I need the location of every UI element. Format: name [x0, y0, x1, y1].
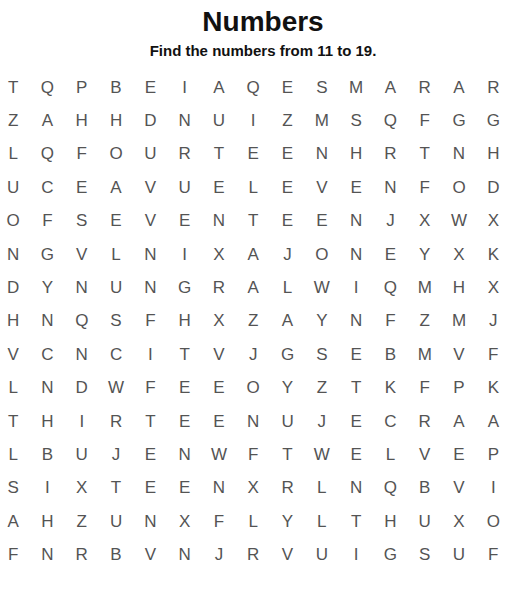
grid-cell[interactable]: U [65, 438, 99, 471]
grid-cell[interactable]: N [30, 305, 64, 338]
grid-cell[interactable]: Q [30, 138, 64, 171]
grid-cell[interactable]: D [476, 171, 510, 204]
grid-cell[interactable]: C [30, 338, 64, 371]
grid-cell[interactable]: S [305, 71, 339, 104]
grid-cell[interactable]: T [133, 405, 167, 438]
grid-cell[interactable]: E [305, 205, 339, 238]
grid-cell[interactable]: W [305, 271, 339, 304]
page-title: Numbers [0, 8, 526, 36]
grid-cell[interactable]: G [30, 238, 64, 271]
grid-cell[interactable]: E [202, 372, 236, 405]
grid-cell[interactable]: A [373, 71, 407, 104]
grid-cell[interactable]: D [133, 104, 167, 137]
grid-cell[interactable]: F [133, 305, 167, 338]
grid-cell[interactable]: J [99, 438, 133, 471]
grid-cell[interactable]: S [65, 205, 99, 238]
grid-cell[interactable]: H [167, 305, 201, 338]
grid-cell[interactable]: S [305, 338, 339, 371]
grid-cell[interactable]: X [202, 305, 236, 338]
grid-cell[interactable]: B [99, 71, 133, 104]
grid-cell[interactable]: J [305, 405, 339, 438]
grid-cell[interactable]: T [0, 405, 30, 438]
grid-cell[interactable]: N [167, 438, 201, 471]
grid-cell[interactable]: U [202, 104, 236, 137]
grid-cell[interactable]: H [339, 138, 373, 171]
grid-cell[interactable]: Z [408, 305, 442, 338]
grid-cell[interactable]: E [167, 205, 201, 238]
grid-cell[interactable]: U [99, 505, 133, 538]
grid-cell[interactable]: R [167, 138, 201, 171]
grid-cell[interactable]: N [339, 305, 373, 338]
grid-cell[interactable]: J [202, 538, 236, 571]
grid-cell[interactable]: M [408, 271, 442, 304]
grid-cell[interactable]: C [30, 171, 64, 204]
grid-cell[interactable]: N [30, 538, 64, 571]
grid-cell[interactable]: V [270, 538, 304, 571]
word-search-grid: TQPBEIAQESMARARZAHHDNUIZMSQFGGLQFOURTEEN… [0, 71, 510, 572]
grid-cell[interactable]: R [202, 271, 236, 304]
grid-cell[interactable]: E [339, 171, 373, 204]
grid-cell[interactable]: U [133, 138, 167, 171]
grid-cell[interactable]: F [476, 338, 510, 371]
grid-cell[interactable]: D [0, 271, 30, 304]
grid-cell[interactable]: M [442, 305, 476, 338]
grid-cell[interactable]: Y [270, 372, 304, 405]
grid-cell[interactable]: N [30, 372, 64, 405]
grid-cell[interactable]: E [133, 472, 167, 505]
grid-cell[interactable]: A [442, 405, 476, 438]
grid-cell[interactable]: O [305, 238, 339, 271]
grid-cell[interactable]: E [202, 171, 236, 204]
grid-cell[interactable]: W [305, 438, 339, 471]
grid-cell[interactable]: U [167, 171, 201, 204]
grid-cell[interactable]: O [442, 171, 476, 204]
grid-cell[interactable]: F [65, 138, 99, 171]
grid-cell[interactable]: I [167, 238, 201, 271]
grid-cell[interactable]: E [339, 338, 373, 371]
grid-cell[interactable]: R [99, 405, 133, 438]
grid-cell[interactable]: Y [408, 238, 442, 271]
grid-cell[interactable]: N [202, 205, 236, 238]
grid-cell[interactable]: T [99, 472, 133, 505]
grid-cell[interactable]: L [305, 505, 339, 538]
grid-cell[interactable]: L [305, 472, 339, 505]
grid-cell[interactable]: Z [236, 305, 270, 338]
grid-cell[interactable]: U [442, 538, 476, 571]
grid-cell[interactable]: G [476, 104, 510, 137]
grid-cell[interactable]: N [167, 104, 201, 137]
grid-cell[interactable]: N [202, 472, 236, 505]
grid-cell[interactable]: R [270, 472, 304, 505]
grid-cell[interactable]: V [442, 338, 476, 371]
grid-cell[interactable]: T [167, 338, 201, 371]
grid-cell[interactable]: F [30, 205, 64, 238]
grid-cell[interactable]: E [339, 438, 373, 471]
grid-cell[interactable]: E [167, 405, 201, 438]
grid-cell[interactable]: T [0, 71, 30, 104]
grid-cell[interactable]: N [339, 205, 373, 238]
grid-cell[interactable]: X [476, 205, 510, 238]
grid-cell[interactable]: H [373, 505, 407, 538]
grid-cell[interactable]: O [0, 205, 30, 238]
grid-cell[interactable]: H [476, 138, 510, 171]
grid-cell[interactable]: M [305, 104, 339, 137]
grid-cell[interactable]: N [442, 138, 476, 171]
grid-cell[interactable]: M [408, 338, 442, 371]
grid-cell[interactable]: N [373, 171, 407, 204]
grid-cell[interactable]: Y [270, 505, 304, 538]
grid-cell[interactable]: W [202, 438, 236, 471]
grid-cell[interactable]: L [0, 138, 30, 171]
grid-cell[interactable]: T [408, 138, 442, 171]
grid-cell[interactable]: I [339, 538, 373, 571]
grid-cell[interactable]: B [373, 338, 407, 371]
grid-cell[interactable]: I [167, 71, 201, 104]
grid-cell[interactable]: E [65, 171, 99, 204]
grid-cell[interactable]: V [442, 472, 476, 505]
grid-cell[interactable]: T [236, 205, 270, 238]
grid-cell[interactable]: E [270, 171, 304, 204]
grid-cell[interactable]: Q [373, 472, 407, 505]
grid-cell[interactable]: E [99, 205, 133, 238]
grid-cell[interactable]: N [133, 505, 167, 538]
grid-cell[interactable]: I [30, 472, 64, 505]
grid-cell[interactable]: X [442, 505, 476, 538]
grid-cell[interactable]: F [236, 438, 270, 471]
grid-cell[interactable]: N [305, 138, 339, 171]
grid-cell[interactable]: I [236, 104, 270, 137]
grid-cell[interactable]: B [99, 538, 133, 571]
grid-cell[interactable]: A [236, 238, 270, 271]
grid-cell[interactable]: E [167, 372, 201, 405]
grid-cell[interactable]: Z [270, 104, 304, 137]
grid-cell[interactable]: Z [0, 104, 30, 137]
grid-cell[interactable]: T [202, 138, 236, 171]
grid-cell[interactable]: M [339, 71, 373, 104]
grid-cell[interactable]: X [236, 472, 270, 505]
grid-cell[interactable]: O [236, 372, 270, 405]
grid-cell[interactable]: Q [373, 271, 407, 304]
grid-cell[interactable]: S [99, 305, 133, 338]
grid-cell[interactable]: A [0, 505, 30, 538]
grid-cell[interactable]: W [442, 205, 476, 238]
grid-cell[interactable]: N [133, 238, 167, 271]
grid-cell[interactable]: N [236, 405, 270, 438]
grid-cell[interactable]: G [167, 271, 201, 304]
grid-cell[interactable]: F [408, 104, 442, 137]
grid-cell[interactable]: Q [30, 71, 64, 104]
puzzle-instructions: Find the numbers from 11 to 19. [0, 43, 526, 58]
grid-cell[interactable]: F [202, 505, 236, 538]
grid-cell[interactable]: I [339, 271, 373, 304]
grid-cell[interactable]: E [133, 71, 167, 104]
grid-cell[interactable]: W [99, 372, 133, 405]
grid-cell[interactable]: I [476, 472, 510, 505]
grid-cell[interactable]: A [476, 405, 510, 438]
grid-cell[interactable]: E [270, 138, 304, 171]
grid-cell[interactable]: E [133, 438, 167, 471]
grid-cell[interactable]: L [0, 438, 30, 471]
grid-cell[interactable]: X [442, 238, 476, 271]
grid-cell[interactable]: N [133, 271, 167, 304]
grid-cell[interactable]: K [373, 372, 407, 405]
grid-cell[interactable]: H [0, 305, 30, 338]
puzzle-header: Numbers Find the numbers from 11 to 19. [0, 0, 526, 58]
grid-cell[interactable]: R [373, 138, 407, 171]
grid-cell[interactable]: S [339, 104, 373, 137]
grid-cell[interactable]: L [270, 271, 304, 304]
grid-cell[interactable]: O [99, 138, 133, 171]
grid-cell[interactable]: F [476, 538, 510, 571]
grid-cell[interactable]: L [99, 238, 133, 271]
grid-cell[interactable]: Z [65, 505, 99, 538]
grid-cell[interactable]: J [373, 205, 407, 238]
grid-cell[interactable]: X [476, 271, 510, 304]
grid-cell[interactable]: R [408, 405, 442, 438]
grid-cell[interactable]: E [167, 472, 201, 505]
grid-cell[interactable]: N [167, 538, 201, 571]
grid-cell[interactable]: H [30, 505, 64, 538]
grid-cell[interactable]: V [133, 171, 167, 204]
grid-cell[interactable]: C [99, 338, 133, 371]
grid-cell[interactable]: F [133, 372, 167, 405]
grid-cell[interactable]: J [236, 338, 270, 371]
grid-cell[interactable]: G [270, 338, 304, 371]
grid-cell[interactable]: A [99, 171, 133, 204]
grid-cell[interactable]: N [339, 238, 373, 271]
grid-cell[interactable]: J [476, 305, 510, 338]
grid-cell[interactable]: A [30, 104, 64, 137]
grid-cell[interactable]: P [476, 438, 510, 471]
grid-cell[interactable]: S [0, 472, 30, 505]
grid-cell[interactable]: R [408, 71, 442, 104]
grid-cell[interactable]: T [270, 438, 304, 471]
grid-cell[interactable]: G [442, 104, 476, 137]
grid-cell[interactable]: V [202, 338, 236, 371]
grid-cell[interactable]: V [133, 538, 167, 571]
grid-cell[interactable]: Q [373, 104, 407, 137]
grid-cell[interactable]: U [305, 538, 339, 571]
grid-cell[interactable]: J [270, 238, 304, 271]
grid-cell[interactable]: T [339, 372, 373, 405]
grid-cell[interactable]: I [65, 405, 99, 438]
grid-cell[interactable]: G [373, 538, 407, 571]
grid-cell[interactable]: N [65, 271, 99, 304]
grid-cell[interactable]: D [65, 372, 99, 405]
grid-cell[interactable]: T [339, 505, 373, 538]
grid-cell[interactable]: L [236, 171, 270, 204]
grid-cell[interactable]: O [476, 505, 510, 538]
grid-cell[interactable]: U [99, 271, 133, 304]
grid-cell[interactable]: P [65, 71, 99, 104]
grid-cell[interactable]: R [476, 71, 510, 104]
grid-cell[interactable]: N [0, 238, 30, 271]
grid-cell[interactable]: E [202, 405, 236, 438]
grid-cell[interactable]: E [236, 138, 270, 171]
grid-cell[interactable]: F [408, 171, 442, 204]
grid-cell[interactable]: Z [305, 372, 339, 405]
grid-cell[interactable]: H [442, 271, 476, 304]
grid-cell[interactable]: K [476, 238, 510, 271]
grid-cell[interactable]: H [65, 104, 99, 137]
grid-cell[interactable]: A [236, 271, 270, 304]
grid-cell[interactable]: N [339, 472, 373, 505]
grid-cell[interactable]: C [373, 405, 407, 438]
grid-cell[interactable]: B [408, 472, 442, 505]
grid-cell[interactable]: R [236, 538, 270, 571]
grid-cell[interactable]: F [0, 538, 30, 571]
grid-cell[interactable]: E [270, 71, 304, 104]
grid-cell[interactable]: U [408, 505, 442, 538]
grid-cell[interactable]: P [442, 372, 476, 405]
grid-cell[interactable]: V [65, 238, 99, 271]
grid-cell[interactable]: S [408, 538, 442, 571]
grid-cell[interactable]: H [30, 405, 64, 438]
grid-cell[interactable]: F [373, 305, 407, 338]
grid-cell[interactable]: X [202, 238, 236, 271]
grid-cell[interactable]: E [270, 205, 304, 238]
grid-cell[interactable]: Q [236, 71, 270, 104]
grid-cell[interactable]: X [167, 505, 201, 538]
grid-cell[interactable]: L [0, 372, 30, 405]
grid-cell[interactable]: V [133, 205, 167, 238]
grid-cell[interactable]: Y [30, 271, 64, 304]
grid-cell[interactable]: I [133, 338, 167, 371]
grid-cell[interactable]: L [236, 505, 270, 538]
grid-cell[interactable]: V [408, 438, 442, 471]
grid-cell[interactable]: X [65, 472, 99, 505]
grid-cell[interactable]: Y [305, 305, 339, 338]
grid-cell[interactable]: X [408, 205, 442, 238]
grid-cell[interactable]: L [373, 438, 407, 471]
grid-cell[interactable]: A [202, 71, 236, 104]
grid-cell[interactable]: A [270, 305, 304, 338]
grid-cell[interactable]: B [30, 438, 64, 471]
grid-cell[interactable]: F [408, 372, 442, 405]
grid-cell[interactable]: A [442, 71, 476, 104]
grid-cell[interactable]: R [65, 538, 99, 571]
grid-cell[interactable]: V [305, 171, 339, 204]
grid-cell[interactable]: E [339, 405, 373, 438]
grid-cell[interactable]: H [99, 104, 133, 137]
grid-cell[interactable]: V [0, 338, 30, 371]
grid-cell[interactable]: U [270, 405, 304, 438]
grid-cell[interactable]: K [476, 372, 510, 405]
grid-cell[interactable]: Q [65, 305, 99, 338]
grid-cell[interactable]: E [373, 238, 407, 271]
grid-cell[interactable]: E [442, 438, 476, 471]
grid-cell[interactable]: U [0, 171, 30, 204]
grid-cell[interactable]: N [65, 338, 99, 371]
